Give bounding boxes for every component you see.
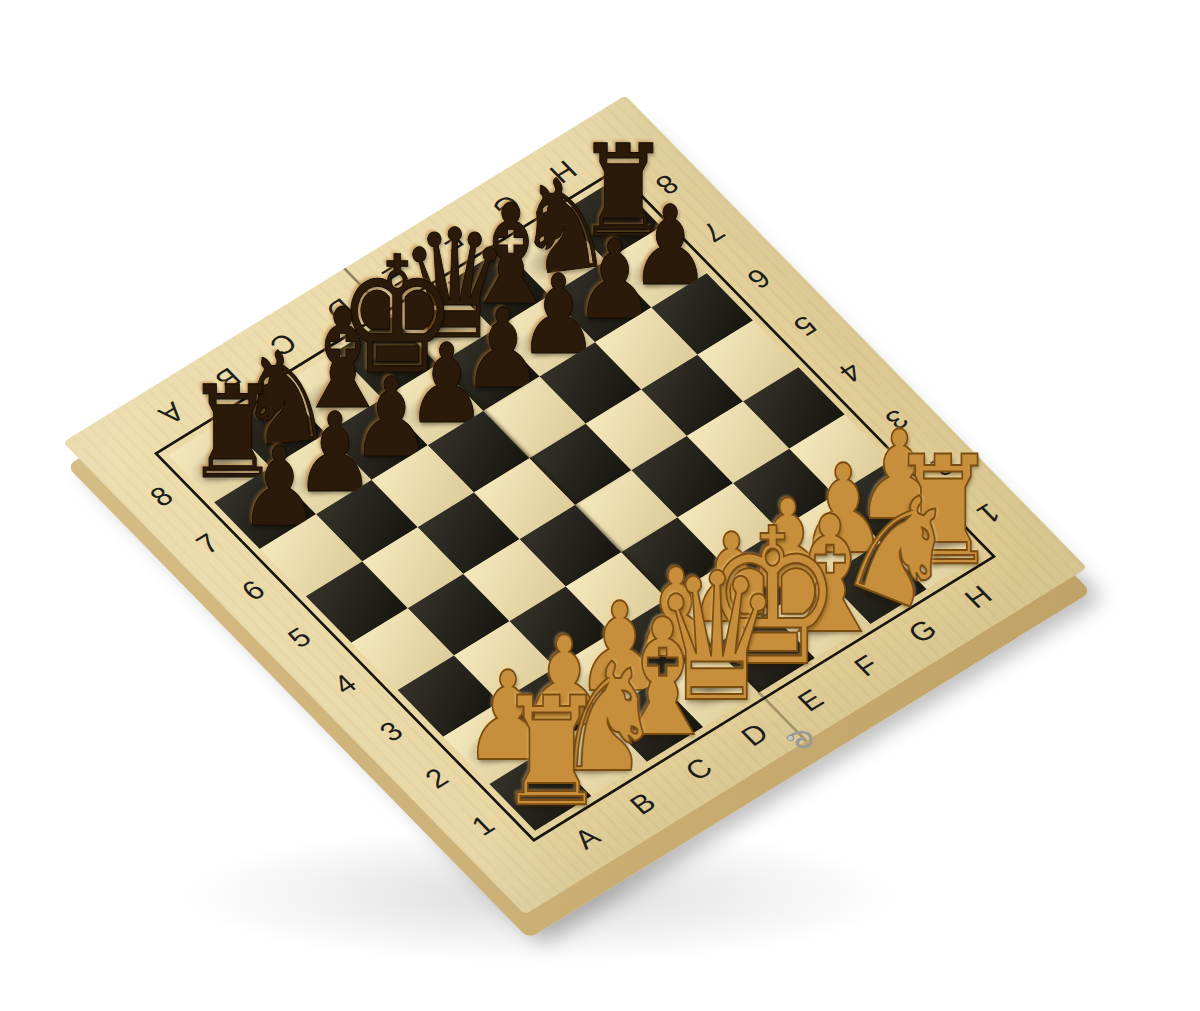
rank-label-left-4: 4 <box>328 670 362 699</box>
rank-label-right-6: 6 <box>742 264 776 293</box>
rank-label-right-5: 5 <box>788 311 822 340</box>
rank-label-left-8: 8 <box>145 482 179 511</box>
rank-label-left-7: 7 <box>190 529 224 558</box>
scene: AA88BB77CC66DD55EE44FF33GG22HH11 ♜♞♝♚♛♝♞… <box>0 0 1200 1011</box>
rank-label-left-6: 6 <box>236 576 270 605</box>
rank-label-left-1: 1 <box>466 811 500 840</box>
rank-label-right-4: 4 <box>834 358 868 387</box>
square-a1[interactable]: ♜ <box>489 749 591 830</box>
rank-label-left-2: 2 <box>420 764 454 793</box>
chess-board: AA88BB77CC66DD55EE44FF33GG22HH11 ♜♞♝♚♛♝♞… <box>63 95 1088 915</box>
white-rook[interactable]: ♜ <box>496 677 606 827</box>
rank-label-left-3: 3 <box>374 717 408 746</box>
rank-label-left-5: 5 <box>282 623 316 652</box>
